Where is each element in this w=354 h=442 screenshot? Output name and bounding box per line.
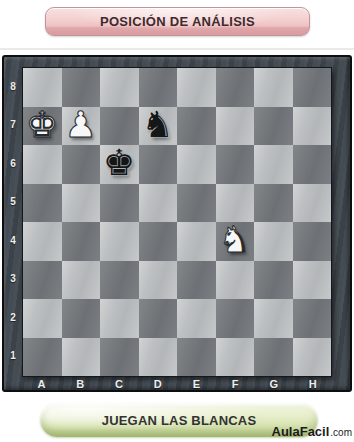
square-b6	[62, 145, 101, 184]
file-label-g: G	[255, 377, 294, 391]
square-e3	[177, 261, 216, 300]
square-g4	[254, 222, 293, 261]
rank-label-6: 6	[4, 144, 22, 183]
square-h5	[293, 184, 332, 223]
square-g3	[254, 261, 293, 300]
square-c7	[100, 107, 139, 146]
square-b5	[62, 184, 101, 223]
square-g1	[254, 338, 293, 377]
square-c3	[100, 261, 139, 300]
analysis-banner: POSICIÓN DE ANÁLISIS	[45, 7, 310, 36]
separator-line	[0, 48, 354, 50]
square-h4	[293, 222, 332, 261]
square-h8	[293, 68, 332, 107]
file-label-f: F	[216, 377, 255, 391]
square-f5	[216, 184, 255, 223]
rank-label-8: 8	[4, 67, 22, 106]
square-h6	[293, 145, 332, 184]
lesson-screenshot: POSICIÓN DE ANÁLISIS 87654321 ♚♟♞♚♞ ABCD…	[0, 0, 354, 442]
square-c8	[100, 68, 139, 107]
square-f1	[216, 338, 255, 377]
rank-label-2: 2	[4, 298, 22, 337]
square-e8	[177, 68, 216, 107]
square-b2	[62, 299, 101, 338]
square-g5	[254, 184, 293, 223]
square-d7: ♞	[139, 107, 178, 146]
square-c5	[100, 184, 139, 223]
file-label-h: H	[293, 377, 332, 391]
square-h3	[293, 261, 332, 300]
square-d5	[139, 184, 178, 223]
file-label-a: A	[22, 377, 61, 391]
square-f4: ♞	[216, 222, 255, 261]
square-g7	[254, 107, 293, 146]
file-label-d: D	[138, 377, 177, 391]
analysis-banner-label: POSICIÓN DE ANÁLISIS	[100, 14, 255, 29]
rank-label-1: 1	[4, 337, 22, 376]
file-label-e: E	[177, 377, 216, 391]
square-e5	[177, 184, 216, 223]
square-e1	[177, 338, 216, 377]
square-e7	[177, 107, 216, 146]
square-g2	[254, 299, 293, 338]
square-h1	[293, 338, 332, 377]
file-label-b: B	[61, 377, 100, 391]
square-c1	[100, 338, 139, 377]
square-b4	[62, 222, 101, 261]
rank-labels: 87654321	[4, 67, 22, 375]
square-d2	[139, 299, 178, 338]
square-b8	[62, 68, 101, 107]
square-d1	[139, 338, 178, 377]
board-grid: ♚♟♞♚♞	[22, 67, 332, 377]
square-a8	[23, 68, 62, 107]
brand-name: AulaFacil	[272, 424, 330, 439]
square-f8	[216, 68, 255, 107]
black-king: ♚	[103, 145, 135, 181]
rank-label-3: 3	[4, 260, 22, 299]
square-g6	[254, 145, 293, 184]
chess-board: 87654321 ♚♟♞♚♞ ABCDEFGH	[2, 55, 352, 392]
file-labels: ABCDEFGH	[22, 377, 332, 391]
turn-banner-label: JUEGAN LAS BLANCAS	[102, 413, 257, 428]
file-label-c: C	[100, 377, 139, 391]
brand-watermark: AulaFacil .com	[272, 424, 352, 439]
square-e6	[177, 145, 216, 184]
square-a5	[23, 184, 62, 223]
square-a4	[23, 222, 62, 261]
square-e4	[177, 222, 216, 261]
white-knight: ♞	[219, 222, 251, 258]
square-b1	[62, 338, 101, 377]
square-a1	[23, 338, 62, 377]
square-c4	[100, 222, 139, 261]
square-f7	[216, 107, 255, 146]
square-d3	[139, 261, 178, 300]
square-d8	[139, 68, 178, 107]
square-c6: ♚	[100, 145, 139, 184]
square-a3	[23, 261, 62, 300]
rank-label-4: 4	[4, 221, 22, 260]
square-b3	[62, 261, 101, 300]
square-f2	[216, 299, 255, 338]
square-h7	[293, 107, 332, 146]
square-b7: ♟	[62, 107, 101, 146]
square-a7: ♚	[23, 107, 62, 146]
square-d4	[139, 222, 178, 261]
square-d6	[139, 145, 178, 184]
square-c2	[100, 299, 139, 338]
square-a2	[23, 299, 62, 338]
white-pawn: ♟	[65, 107, 97, 143]
square-g8	[254, 68, 293, 107]
brand-suffix: .com	[330, 427, 352, 438]
square-f6	[216, 145, 255, 184]
square-f3	[216, 261, 255, 300]
white-king: ♚	[26, 107, 58, 143]
black-knight: ♞	[142, 107, 174, 143]
square-a6	[23, 145, 62, 184]
rank-label-7: 7	[4, 106, 22, 145]
square-e2	[177, 299, 216, 338]
square-h2	[293, 299, 332, 338]
rank-label-5: 5	[4, 183, 22, 222]
